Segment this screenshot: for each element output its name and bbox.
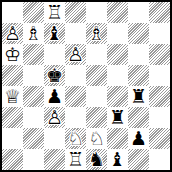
square-d5[interactable]	[65, 65, 86, 86]
white-rook: ♜♖	[65, 149, 86, 170]
square-e2[interactable]: ♞♘	[86, 128, 107, 149]
white-knight-outline: ♘	[86, 128, 107, 149]
black-king-glyph: ♚	[44, 65, 65, 86]
white-bishop-outline: ♗	[86, 23, 107, 44]
square-d2[interactable]: ♞♘	[65, 128, 86, 149]
white-bishop-outline: ♗	[23, 23, 44, 44]
black-rook-glyph: ♜	[107, 107, 128, 128]
white-bishop: ♝♗	[86, 23, 107, 44]
square-g7[interactable]	[128, 23, 149, 44]
white-pawn-outline: ♙	[65, 44, 86, 65]
square-b3[interactable]	[23, 107, 44, 128]
square-a7[interactable]: ♟♙	[2, 23, 23, 44]
square-f6[interactable]	[107, 44, 128, 65]
square-e7[interactable]: ♝♗	[86, 23, 107, 44]
white-queen: ♛♕	[2, 86, 23, 107]
black-rook-glyph: ♜	[128, 86, 149, 107]
square-e5[interactable]	[86, 65, 107, 86]
square-h1[interactable]	[149, 149, 170, 170]
board-grid: ♜♖♟♙♝♗♝♝♗♚♔♟♙♚♛♕♟♜♟♙♜♞♘♞♘♟♜♖♞♝	[2, 2, 170, 170]
square-f7[interactable]	[107, 23, 128, 44]
square-d3[interactable]	[65, 107, 86, 128]
square-g8[interactable]	[128, 2, 149, 23]
square-e8[interactable]	[86, 2, 107, 23]
black-king: ♚	[44, 65, 65, 86]
black-bishop-glyph: ♝	[44, 23, 65, 44]
white-bishop: ♝♗	[23, 23, 44, 44]
square-h5[interactable]	[149, 65, 170, 86]
black-bishop: ♝	[44, 23, 65, 44]
square-h4[interactable]	[149, 86, 170, 107]
square-c5[interactable]: ♚	[44, 65, 65, 86]
square-f8[interactable]	[107, 2, 128, 23]
chess-diagram: ♜♖♟♙♝♗♝♝♗♚♔♟♙♚♛♕♟♜♟♙♜♞♘♞♘♟♜♖♞♝	[0, 0, 172, 172]
square-a4[interactable]: ♛♕	[2, 86, 23, 107]
square-d4[interactable]	[65, 86, 86, 107]
square-a2[interactable]	[2, 128, 23, 149]
black-pawn-glyph: ♟	[128, 128, 149, 149]
white-pawn-outline: ♙	[2, 23, 23, 44]
square-d7[interactable]	[65, 23, 86, 44]
white-pawn-outline: ♙	[44, 107, 65, 128]
square-g4[interactable]: ♜	[128, 86, 149, 107]
black-pawn-glyph: ♟	[44, 86, 65, 107]
square-h2[interactable]	[149, 128, 170, 149]
square-d1[interactable]: ♜♖	[65, 149, 86, 170]
square-g5[interactable]	[128, 65, 149, 86]
square-d8[interactable]	[65, 2, 86, 23]
white-pawn: ♟♙	[65, 44, 86, 65]
square-g2[interactable]: ♟	[128, 128, 149, 149]
square-b2[interactable]	[23, 128, 44, 149]
square-e6[interactable]	[86, 44, 107, 65]
square-g6[interactable]	[128, 44, 149, 65]
white-rook-outline: ♖	[65, 149, 86, 170]
square-b8[interactable]	[23, 2, 44, 23]
square-e1[interactable]: ♞	[86, 149, 107, 170]
square-e3[interactable]	[86, 107, 107, 128]
square-h6[interactable]	[149, 44, 170, 65]
square-f3[interactable]: ♜	[107, 107, 128, 128]
square-a6[interactable]: ♚♔	[2, 44, 23, 65]
square-f4[interactable]	[107, 86, 128, 107]
square-c7[interactable]: ♝	[44, 23, 65, 44]
square-c6[interactable]	[44, 44, 65, 65]
white-king-outline: ♔	[2, 44, 23, 65]
white-rook-outline: ♖	[44, 2, 65, 23]
white-king: ♚♔	[2, 44, 23, 65]
black-pawn: ♟	[128, 128, 149, 149]
square-g1[interactable]	[128, 149, 149, 170]
square-f2[interactable]	[107, 128, 128, 149]
square-c2[interactable]	[44, 128, 65, 149]
square-f5[interactable]	[107, 65, 128, 86]
square-c8[interactable]: ♜♖	[44, 2, 65, 23]
square-c1[interactable]	[44, 149, 65, 170]
square-b4[interactable]	[23, 86, 44, 107]
black-rook: ♜	[128, 86, 149, 107]
square-d6[interactable]: ♟♙	[65, 44, 86, 65]
square-a8[interactable]	[2, 2, 23, 23]
square-b1[interactable]	[23, 149, 44, 170]
square-h3[interactable]	[149, 107, 170, 128]
square-h8[interactable]	[149, 2, 170, 23]
square-b7[interactable]: ♝♗	[23, 23, 44, 44]
board-frame: ♜♖♟♙♝♗♝♝♗♚♔♟♙♚♛♕♟♜♟♙♜♞♘♞♘♟♜♖♞♝	[0, 0, 172, 172]
square-b5[interactable]	[23, 65, 44, 86]
square-c4[interactable]: ♟	[44, 86, 65, 107]
black-pawn: ♟	[44, 86, 65, 107]
square-a5[interactable]	[2, 65, 23, 86]
square-e4[interactable]	[86, 86, 107, 107]
white-knight: ♞♘	[86, 128, 107, 149]
square-a3[interactable]	[2, 107, 23, 128]
square-g3[interactable]	[128, 107, 149, 128]
square-a1[interactable]	[2, 149, 23, 170]
white-queen-outline: ♕	[2, 86, 23, 107]
black-bishop: ♝	[107, 149, 128, 170]
black-bishop-glyph: ♝	[107, 149, 128, 170]
square-f1[interactable]: ♝	[107, 149, 128, 170]
white-knight-outline: ♘	[65, 128, 86, 149]
square-b6[interactable]	[23, 44, 44, 65]
white-knight: ♞♘	[65, 128, 86, 149]
black-rook: ♜	[107, 107, 128, 128]
square-h7[interactable]	[149, 23, 170, 44]
square-c3[interactable]: ♟♙	[44, 107, 65, 128]
white-pawn: ♟♙	[44, 107, 65, 128]
black-knight: ♞	[86, 149, 107, 170]
white-pawn: ♟♙	[2, 23, 23, 44]
black-knight-glyph: ♞	[86, 149, 107, 170]
white-rook: ♜♖	[44, 2, 65, 23]
